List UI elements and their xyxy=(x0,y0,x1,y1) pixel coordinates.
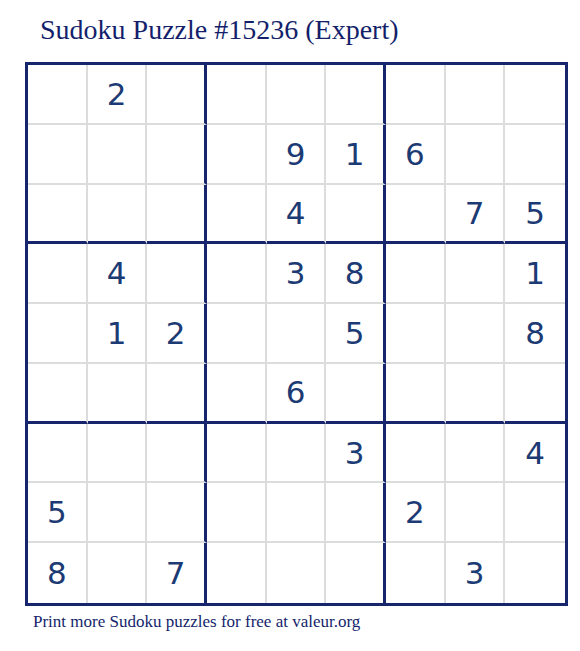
cell-r5c4 xyxy=(207,304,267,364)
cell-r8c4 xyxy=(207,483,267,543)
cell-r7c4 xyxy=(207,424,267,484)
cell-r8c6 xyxy=(326,483,386,543)
cell-r7c9: 4 xyxy=(505,424,565,484)
cell-r2c6: 1 xyxy=(326,125,386,185)
cell-r7c1 xyxy=(28,424,88,484)
cell-r5c3: 2 xyxy=(147,304,207,364)
cell-r8c1: 5 xyxy=(28,483,88,543)
cell-r3c1 xyxy=(28,185,88,245)
sudoku-board: 29164754381125863452873 xyxy=(25,62,568,606)
page-title: Sudoku Puzzle #15236 (Expert) xyxy=(40,14,399,46)
cell-r8c8 xyxy=(446,483,506,543)
cell-r5c7 xyxy=(386,304,446,364)
cell-r3c7 xyxy=(386,185,446,245)
footer-text: Print more Sudoku puzzles for free at va… xyxy=(33,612,360,632)
cell-r7c8 xyxy=(446,424,506,484)
cell-r3c8: 7 xyxy=(446,185,506,245)
cell-r3c9: 5 xyxy=(505,185,565,245)
cell-r2c8 xyxy=(446,125,506,185)
cell-r5c2: 1 xyxy=(88,304,148,364)
cell-r1c4 xyxy=(207,65,267,125)
cell-r1c6 xyxy=(326,65,386,125)
cell-r1c9 xyxy=(505,65,565,125)
cell-r2c1 xyxy=(28,125,88,185)
cell-r4c7 xyxy=(386,244,446,304)
cell-r4c9: 1 xyxy=(505,244,565,304)
cell-r1c3 xyxy=(147,65,207,125)
cell-r2c9 xyxy=(505,125,565,185)
cell-r6c5: 6 xyxy=(267,364,327,424)
cell-r5c9: 8 xyxy=(505,304,565,364)
cell-r2c5: 9 xyxy=(267,125,327,185)
cell-r8c7: 2 xyxy=(386,483,446,543)
cell-r1c8 xyxy=(446,65,506,125)
cell-r6c9 xyxy=(505,364,565,424)
cell-r9c2 xyxy=(88,543,148,603)
cell-r9c9 xyxy=(505,543,565,603)
cell-r4c5: 3 xyxy=(267,244,327,304)
cell-r5c1 xyxy=(28,304,88,364)
cell-r9c6 xyxy=(326,543,386,603)
cell-r1c7 xyxy=(386,65,446,125)
cell-r4c2: 4 xyxy=(88,244,148,304)
cell-r9c5 xyxy=(267,543,327,603)
cell-r1c2: 2 xyxy=(88,65,148,125)
cell-r4c4 xyxy=(207,244,267,304)
cell-r4c1 xyxy=(28,244,88,304)
cell-r5c8 xyxy=(446,304,506,364)
cell-r2c7: 6 xyxy=(386,125,446,185)
cell-r8c9 xyxy=(505,483,565,543)
cell-r8c3 xyxy=(147,483,207,543)
cell-r7c2 xyxy=(88,424,148,484)
cell-r1c5 xyxy=(267,65,327,125)
cell-r2c2 xyxy=(88,125,148,185)
cell-r4c6: 8 xyxy=(326,244,386,304)
cell-r8c5 xyxy=(267,483,327,543)
cell-r2c3 xyxy=(147,125,207,185)
cell-r4c8 xyxy=(446,244,506,304)
cell-r6c4 xyxy=(207,364,267,424)
cell-r9c8: 3 xyxy=(446,543,506,603)
cell-r9c4 xyxy=(207,543,267,603)
cell-r8c2 xyxy=(88,483,148,543)
cell-r3c6 xyxy=(326,185,386,245)
cell-r5c5 xyxy=(267,304,327,364)
cell-r6c8 xyxy=(446,364,506,424)
cell-r9c1: 8 xyxy=(28,543,88,603)
cell-r6c3 xyxy=(147,364,207,424)
cell-r2c4 xyxy=(207,125,267,185)
cell-r9c7 xyxy=(386,543,446,603)
cell-r7c3 xyxy=(147,424,207,484)
cell-r7c5 xyxy=(267,424,327,484)
cell-r5c6: 5 xyxy=(326,304,386,364)
cell-r9c3: 7 xyxy=(147,543,207,603)
cell-r3c3 xyxy=(147,185,207,245)
cell-r6c7 xyxy=(386,364,446,424)
cell-r6c6 xyxy=(326,364,386,424)
cell-r3c5: 4 xyxy=(267,185,327,245)
cell-r1c1 xyxy=(28,65,88,125)
cell-r7c6: 3 xyxy=(326,424,386,484)
cell-r7c7 xyxy=(386,424,446,484)
cell-r6c2 xyxy=(88,364,148,424)
cell-r4c3 xyxy=(147,244,207,304)
cell-r3c2 xyxy=(88,185,148,245)
cell-r3c4 xyxy=(207,185,267,245)
cell-r6c1 xyxy=(28,364,88,424)
